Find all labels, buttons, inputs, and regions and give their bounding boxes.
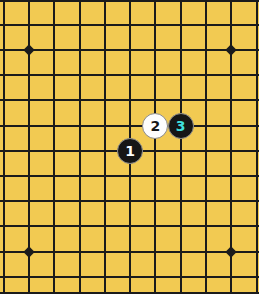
go-board[interactable]: 123 bbox=[0, 0, 259, 294]
move-number: 2 bbox=[151, 119, 161, 133]
grid-line-horizontal bbox=[0, 99, 259, 101]
stone-black-3[interactable]: 3 bbox=[168, 113, 194, 139]
stone-black-1[interactable]: 1 bbox=[117, 138, 143, 164]
grid-line-horizontal bbox=[0, 225, 259, 227]
star-point bbox=[226, 44, 237, 55]
grid-line-horizontal bbox=[0, 49, 259, 51]
move-number: 1 bbox=[125, 144, 135, 158]
star-point bbox=[23, 44, 34, 55]
stone-white-2[interactable]: 2 bbox=[142, 113, 168, 139]
grid-line-horizontal bbox=[0, 74, 259, 76]
grid-line-horizontal bbox=[0, 276, 259, 278]
grid-line-horizontal bbox=[0, 24, 259, 26]
star-point bbox=[226, 246, 237, 257]
grid-line-horizontal bbox=[0, 175, 259, 177]
grid-line-horizontal bbox=[0, 200, 259, 202]
grid-line-horizontal bbox=[0, 0, 259, 2]
star-point bbox=[23, 246, 34, 257]
grid-line-horizontal bbox=[0, 125, 259, 127]
grid-line-horizontal bbox=[0, 251, 259, 253]
move-number: 3 bbox=[176, 119, 186, 133]
